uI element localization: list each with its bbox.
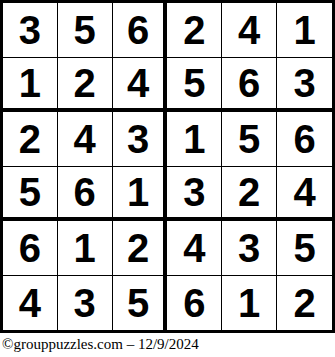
cell-r2c5: 6 xyxy=(222,58,277,113)
cell-r6c4: 6 xyxy=(167,276,222,331)
cell-r6c6: 2 xyxy=(277,276,332,331)
cell-r5c3: 2 xyxy=(113,221,168,276)
cell-r5c6: 5 xyxy=(277,221,332,276)
cell-r4c5: 2 xyxy=(222,167,277,222)
cell-r5c1: 6 xyxy=(3,221,58,276)
cell-r2c1: 1 xyxy=(3,58,58,113)
cell-r5c5: 3 xyxy=(222,221,277,276)
puzzle-page: 356241124563243156561324612435435612 ©gr… xyxy=(0,0,335,357)
cell-r1c4: 2 xyxy=(167,3,222,58)
cell-r5c4: 4 xyxy=(167,221,222,276)
cell-r6c5: 1 xyxy=(222,276,277,331)
cell-r4c6: 4 xyxy=(277,167,332,222)
cell-r1c5: 4 xyxy=(222,3,277,58)
cell-r2c2: 2 xyxy=(58,58,113,113)
cell-r4c1: 5 xyxy=(3,167,58,222)
cell-r1c6: 1 xyxy=(277,3,332,58)
cell-r2c3: 4 xyxy=(113,58,168,113)
cell-r4c3: 1 xyxy=(113,167,168,222)
cell-r4c4: 3 xyxy=(167,167,222,222)
cell-r6c3: 5 xyxy=(113,276,168,331)
cell-r3c5: 5 xyxy=(222,112,277,167)
copyright-credit: ©grouppuzzles.com – 12/9/2024 xyxy=(2,336,199,353)
cell-r6c1: 4 xyxy=(3,276,58,331)
cell-r1c3: 6 xyxy=(113,3,168,58)
cell-r3c6: 6 xyxy=(277,112,332,167)
cell-r3c2: 4 xyxy=(58,112,113,167)
cell-r5c2: 1 xyxy=(58,221,113,276)
sudoku-board: 356241124563243156561324612435435612 xyxy=(0,0,335,333)
cell-r6c2: 3 xyxy=(58,276,113,331)
cell-r3c1: 2 xyxy=(3,112,58,167)
cell-r4c2: 6 xyxy=(58,167,113,222)
cell-r2c4: 5 xyxy=(167,58,222,113)
cell-r1c1: 3 xyxy=(3,3,58,58)
cell-r1c2: 5 xyxy=(58,3,113,58)
cell-r3c4: 1 xyxy=(167,112,222,167)
cell-r3c3: 3 xyxy=(113,112,168,167)
cell-r2c6: 3 xyxy=(277,58,332,113)
